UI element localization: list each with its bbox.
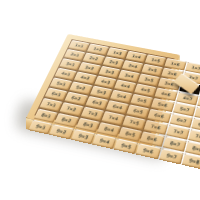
cube-9x8[interactable]: 9×8 [182,153,200,170]
cube-label: 1×7 [191,65,200,71]
photo-stage: 1×11×21×31×41×51×61×71×81×92×12×22×32×42… [0,0,200,200]
cube-label: 7×8 [195,133,200,140]
cube-label: 9×6 [143,148,154,155]
cube-label: 6×8 [198,122,200,129]
cell-9-8: 9×8 [182,153,200,170]
cube-label: 1×5 [151,58,161,63]
cube-label: 3×3 [104,69,114,75]
cube-label: 9×1 [35,124,46,131]
cube-label: 5×2 [76,85,86,91]
cube-label: 2×6 [168,71,178,77]
cube-label: 5×7 [179,106,189,112]
cube-label: 9×5 [121,143,132,150]
cube-label: 2×2 [89,56,99,61]
cube-label: 5×5 [137,97,147,103]
cube-label: 8×6 [147,136,158,143]
cube-label: 4×7 [182,95,192,101]
cube-label: 6×3 [91,100,102,106]
cube-label: 8×4 [103,126,114,133]
cube-label: 9×8 [189,158,200,165]
cube-label: 8×8 [192,145,200,152]
cube-label: 2×1 [70,52,80,57]
cube-label: 5×6 [158,102,168,108]
cube-label: 4×2 [80,75,90,81]
cube-label: 7×2 [66,106,77,112]
multiplication-board: 1×11×21×31×41×51×61×71×81×92×12×22×32×42… [26,34,180,146]
cube-label: 8×1 [41,112,52,118]
cube-label: 3×1 [65,62,75,68]
cube-label: 1×2 [93,47,103,52]
cube-label: 3×2 [85,65,95,71]
cube-label: 7×3 [87,110,98,116]
cube-label: 2×4 [128,63,138,69]
cube-label: 1×4 [131,54,141,59]
cube-label: 4×1 [61,71,71,77]
cube-label: 7×5 [129,119,140,126]
cube-label: 8×2 [61,117,72,124]
cube-label: 1×6 [171,61,181,67]
cube-label: 8×3 [82,122,93,129]
cube-label: 2×5 [147,67,157,73]
cube-label: 1×3 [112,50,122,55]
cube-label: 9×4 [99,138,110,145]
cube-label: 3×4 [124,73,134,79]
cube-label: 9×3 [77,133,88,140]
cube-label: 6×4 [112,104,123,110]
cube-label: 3×5 [144,77,154,83]
cube-label: 7×1 [46,102,57,108]
cube-label: 4×3 [100,79,110,85]
cube-label: 1×1 [74,43,84,48]
cube-label: 5×4 [116,93,126,99]
cube-label: 6×2 [71,95,82,101]
cube-label: 5×1 [56,81,66,87]
cube-label: 4×6 [161,91,171,97]
cube-label: 7×6 [151,124,162,131]
cube-label: 9×2 [56,128,67,135]
cube-label: 9×7 [166,153,177,160]
cube-label: 6×6 [154,113,165,120]
cube-grid: 1×11×21×31×41×51×61×71×81×92×12×22×32×42… [34,39,174,141]
cube-label: 6×5 [133,108,144,114]
cube-label: 4×5 [140,87,150,93]
cube-label: 8×5 [125,131,136,138]
cube-label: 8×7 [169,140,180,147]
cube-label: 6×1 [51,91,61,97]
cube-label: 7×4 [108,115,119,122]
cube-label: 4×4 [120,83,130,89]
cube-label: 7×7 [172,129,183,136]
cube-label: 6×7 [176,117,187,124]
cube-label: 5×3 [96,89,106,95]
cube-label: 2×3 [108,60,118,65]
